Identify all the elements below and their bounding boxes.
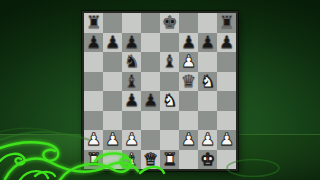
square-b1[interactable] — [103, 150, 122, 170]
square-h1[interactable] — [217, 150, 236, 170]
square-d1[interactable]: ♛ — [141, 150, 160, 170]
piece-white-queen: ♛ — [143, 150, 158, 167]
square-h6[interactable] — [217, 52, 236, 72]
square-a7[interactable]: ♟ — [84, 33, 103, 53]
square-g7[interactable]: ♟ — [198, 33, 217, 53]
square-c2[interactable]: ♟ — [122, 130, 141, 150]
square-c8[interactable] — [122, 13, 141, 33]
square-b8[interactable] — [103, 13, 122, 33]
square-h2[interactable]: ♟ — [217, 130, 236, 150]
square-f7[interactable]: ♟ — [179, 33, 198, 53]
square-e6[interactable]: ♝ — [160, 52, 179, 72]
square-d8[interactable] — [141, 13, 160, 33]
square-d2[interactable] — [141, 130, 160, 150]
square-e4[interactable]: ♞ — [160, 91, 179, 111]
chess-board: ♜♚♜♟♟♟♟♟♟♞♝♟♝♛♞♟♟♞♟♟♟♟♟♟♜♝♛♜♚ — [82, 11, 238, 171]
square-f3[interactable] — [179, 111, 198, 131]
piece-black-pawn: ♟ — [124, 33, 139, 50]
square-b6[interactable] — [103, 52, 122, 72]
square-a6[interactable] — [84, 52, 103, 72]
square-g8[interactable] — [198, 13, 217, 33]
square-g5[interactable]: ♞ — [198, 72, 217, 92]
piece-black-pawn: ♟ — [200, 33, 215, 50]
square-e3[interactable] — [160, 111, 179, 131]
square-a5[interactable] — [84, 72, 103, 92]
square-g3[interactable] — [198, 111, 217, 131]
piece-white-pawn: ♟ — [124, 131, 139, 148]
square-d5[interactable] — [141, 72, 160, 92]
square-h3[interactable] — [217, 111, 236, 131]
piece-white-pawn: ♟ — [219, 131, 234, 148]
square-e7[interactable] — [160, 33, 179, 53]
piece-black-pawn: ♟ — [105, 33, 120, 50]
square-c3[interactable] — [122, 111, 141, 131]
piece-black-bishop: ♝ — [162, 53, 177, 70]
square-c6[interactable]: ♞ — [122, 52, 141, 72]
piece-white-king: ♚ — [200, 150, 215, 167]
square-f2[interactable]: ♟ — [179, 130, 198, 150]
square-f8[interactable] — [179, 13, 198, 33]
square-h5[interactable] — [217, 72, 236, 92]
square-g6[interactable] — [198, 52, 217, 72]
square-b2[interactable]: ♟ — [103, 130, 122, 150]
piece-white-bishop: ♝ — [124, 150, 139, 167]
piece-black-rook: ♜ — [219, 14, 234, 31]
piece-black-pawn: ♟ — [124, 92, 139, 109]
square-e2[interactable] — [160, 130, 179, 150]
piece-black-bishop: ♝ — [124, 72, 139, 89]
square-a2[interactable]: ♟ — [84, 130, 103, 150]
piece-white-knight: ♞ — [162, 92, 177, 109]
square-g2[interactable]: ♟ — [198, 130, 217, 150]
square-b7[interactable]: ♟ — [103, 33, 122, 53]
square-d4[interactable]: ♟ — [141, 91, 160, 111]
piece-black-pawn: ♟ — [143, 92, 158, 109]
square-c4[interactable]: ♟ — [122, 91, 141, 111]
piece-black-pawn: ♟ — [219, 33, 234, 50]
square-b3[interactable] — [103, 111, 122, 131]
square-h7[interactable]: ♟ — [217, 33, 236, 53]
piece-white-rook: ♜ — [162, 150, 177, 167]
square-d6[interactable] — [141, 52, 160, 72]
square-f1[interactable] — [179, 150, 198, 170]
square-h8[interactable]: ♜ — [217, 13, 236, 33]
square-a4[interactable] — [84, 91, 103, 111]
piece-black-king: ♚ — [162, 14, 177, 31]
square-d3[interactable] — [141, 111, 160, 131]
piece-white-rook: ♜ — [86, 150, 101, 167]
square-c7[interactable]: ♟ — [122, 33, 141, 53]
square-f4[interactable] — [179, 91, 198, 111]
piece-black-pawn: ♟ — [86, 33, 101, 50]
piece-black-pawn: ♟ — [181, 33, 196, 50]
square-c1[interactable]: ♝ — [122, 150, 141, 170]
square-d7[interactable] — [141, 33, 160, 53]
piece-black-rook: ♜ — [86, 14, 101, 31]
square-e8[interactable]: ♚ — [160, 13, 179, 33]
square-a3[interactable] — [84, 111, 103, 131]
piece-white-pawn: ♟ — [200, 131, 215, 148]
square-g4[interactable] — [198, 91, 217, 111]
piece-white-pawn: ♟ — [86, 131, 101, 148]
square-f6[interactable]: ♟ — [179, 52, 198, 72]
square-h4[interactable] — [217, 91, 236, 111]
square-e1[interactable]: ♜ — [160, 150, 179, 170]
piece-white-pawn: ♟ — [181, 131, 196, 148]
square-a1[interactable]: ♜ — [84, 150, 103, 170]
square-f5[interactable]: ♛ — [179, 72, 198, 92]
chess-scene: ♜♚♜♟♟♟♟♟♟♞♝♟♝♛♞♟♟♞♟♟♟♟♟♟♜♝♛♜♚ — [0, 0, 320, 180]
piece-white-knight: ♞ — [200, 72, 215, 89]
square-a8[interactable]: ♜ — [84, 13, 103, 33]
piece-black-knight: ♞ — [124, 53, 139, 70]
square-b5[interactable] — [103, 72, 122, 92]
square-c5[interactable]: ♝ — [122, 72, 141, 92]
piece-black-queen: ♛ — [181, 72, 196, 89]
square-b4[interactable] — [103, 91, 122, 111]
square-e5[interactable] — [160, 72, 179, 92]
piece-white-pawn: ♟ — [105, 131, 120, 148]
square-g1[interactable]: ♚ — [198, 150, 217, 170]
piece-white-pawn: ♟ — [181, 53, 196, 70]
